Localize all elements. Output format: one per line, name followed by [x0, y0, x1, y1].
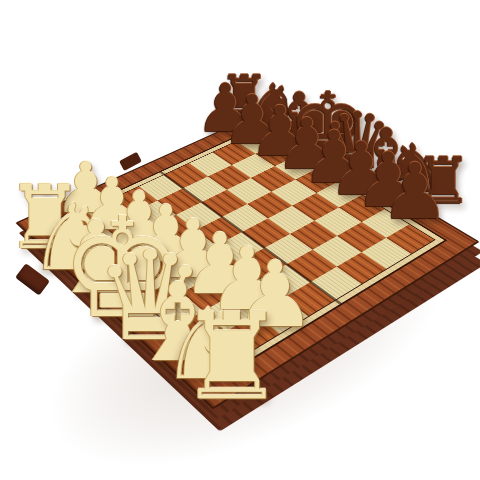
piece-white-rook-a1[interactable]: ♜ [178, 297, 286, 417]
piece-black-pawn-a7[interactable]: ♟ [380, 153, 449, 230]
chess-set-product-photo: ♜♞♝♚♛♝♞♜♟♟♟♟♟♟♟♟♟♟♟♟♟♟♟♟♜♞♝♚♛♝♞♜ [0, 0, 480, 480]
pieces-layer: ♜♞♝♚♛♝♞♜♟♟♟♟♟♟♟♟♟♟♟♟♟♟♟♟♜♞♝♚♛♝♞♜ [0, 0, 480, 480]
